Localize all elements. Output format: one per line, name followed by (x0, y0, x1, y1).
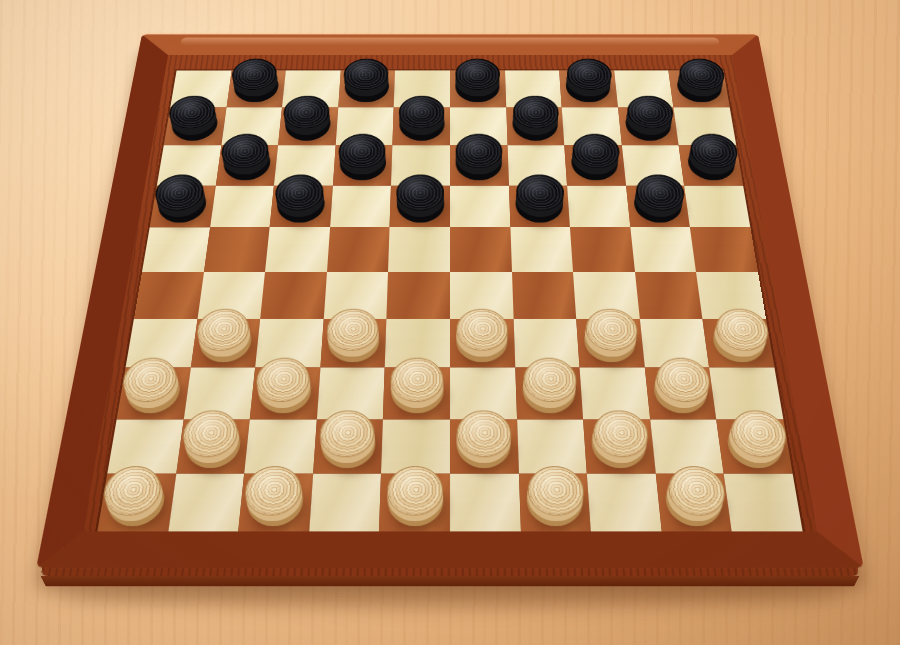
piece-top (512, 96, 559, 129)
piece-top (516, 175, 566, 211)
table-surface (0, 0, 900, 645)
piece-top (398, 96, 444, 129)
piece-top (456, 134, 503, 168)
piece-top (386, 466, 443, 516)
piece-top (457, 411, 512, 458)
piece-top (457, 309, 509, 351)
draughts-board (41, 45, 860, 576)
piece-top (395, 175, 443, 211)
frame-gloss-highlight (180, 37, 719, 45)
frame-front-face (41, 576, 860, 586)
piece-top (456, 59, 501, 90)
piece-top (389, 358, 443, 402)
